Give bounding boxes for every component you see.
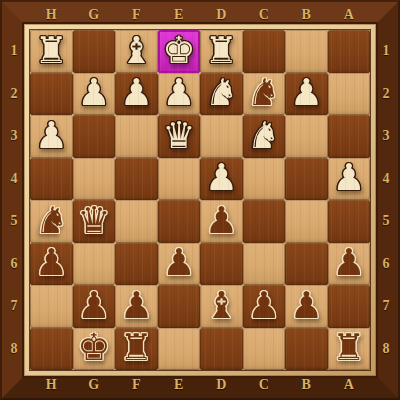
piece-black-knight[interactable]: ♞ [247,74,280,111]
square-c1[interactable] [243,30,286,73]
square-g2[interactable]: ♟ [73,73,116,116]
square-c7[interactable]: ♟ [243,285,286,328]
chess-board: ♜♝♚♜♟♟♟♞♞♟♟♛♞♟♟♞♛♟♟♟♟♟♟♝♟♟♚♜♜ [30,30,370,370]
piece-white-king[interactable]: ♚ [162,32,195,69]
square-h2[interactable] [30,73,73,116]
piece-white-knight[interactable]: ♞ [247,117,280,154]
square-a1[interactable] [328,30,371,73]
square-e8[interactable] [158,328,201,371]
piece-black-pawn[interactable]: ♟ [162,244,195,281]
piece-white-pawn[interactable]: ♟ [332,159,365,196]
square-f8[interactable]: ♜ [115,328,158,371]
square-h6[interactable]: ♟ [30,243,73,286]
square-e7[interactable] [158,285,201,328]
file-label-top-f: F [115,3,158,27]
piece-white-pawn[interactable]: ♟ [205,159,238,196]
square-h7[interactable] [30,285,73,328]
square-f5[interactable] [115,200,158,243]
rank-label-right-4: 4 [374,158,398,201]
rank-label-left-2: 2 [2,73,26,116]
square-d8[interactable] [200,328,243,371]
square-a7[interactable] [328,285,371,328]
file-label-bottom-c: C [243,373,286,397]
square-d2[interactable]: ♞ [200,73,243,116]
piece-white-pawn[interactable]: ♟ [120,74,153,111]
square-b6[interactable] [285,243,328,286]
rank-labels-right: 12345678 [374,30,398,370]
square-a5[interactable] [328,200,371,243]
file-labels-bottom: HGFEDCBA [30,373,370,397]
square-h5[interactable]: ♞ [30,200,73,243]
piece-black-rook[interactable]: ♜ [120,329,153,366]
piece-black-pawn[interactable]: ♟ [77,287,110,324]
file-label-top-c: C [243,3,286,27]
piece-black-pawn[interactable]: ♟ [247,287,280,324]
square-c5[interactable] [243,200,286,243]
rank-label-left-4: 4 [2,158,26,201]
file-label-top-b: B [285,3,328,27]
square-c3[interactable]: ♞ [243,115,286,158]
rank-label-left-5: 5 [2,200,26,243]
square-b1[interactable] [285,30,328,73]
square-a2[interactable] [328,73,371,116]
rank-label-right-7: 7 [374,285,398,328]
file-label-bottom-a: A [328,373,371,397]
piece-black-king[interactable]: ♚ [77,329,110,366]
square-c2[interactable]: ♞ [243,73,286,116]
file-label-bottom-f: F [115,373,158,397]
piece-black-knight[interactable]: ♞ [35,202,68,239]
square-g7[interactable]: ♟ [73,285,116,328]
file-label-bottom-d: D [200,373,243,397]
square-d7[interactable]: ♝ [200,285,243,328]
piece-white-pawn[interactable]: ♟ [35,117,68,154]
rank-label-left-6: 6 [2,243,26,286]
square-g6[interactable] [73,243,116,286]
file-label-bottom-h: H [30,373,73,397]
piece-black-pawn[interactable]: ♟ [332,244,365,281]
piece-white-knight[interactable]: ♞ [205,74,238,111]
square-a4[interactable]: ♟ [328,158,371,201]
square-d1[interactable]: ♜ [200,30,243,73]
square-h1[interactable]: ♜ [30,30,73,73]
file-label-top-e: E [158,3,201,27]
piece-white-rook[interactable]: ♜ [35,32,68,69]
square-h8[interactable] [30,328,73,371]
rank-labels-left: 12345678 [2,30,26,370]
rank-label-left-3: 3 [2,115,26,158]
file-label-top-a: A [328,3,371,27]
rank-label-right-5: 5 [374,200,398,243]
rank-label-left-1: 1 [2,30,26,73]
square-g1[interactable] [73,30,116,73]
piece-white-pawn[interactable]: ♟ [162,74,195,111]
piece-black-pawn[interactable]: ♟ [290,287,323,324]
piece-white-pawn[interactable]: ♟ [290,74,323,111]
square-e3[interactable]: ♛ [158,115,201,158]
piece-white-queen[interactable]: ♛ [162,117,195,154]
square-b5[interactable] [285,200,328,243]
square-f7[interactable]: ♟ [115,285,158,328]
piece-white-rook[interactable]: ♜ [205,32,238,69]
square-b7[interactable]: ♟ [285,285,328,328]
square-f2[interactable]: ♟ [115,73,158,116]
rank-label-right-2: 2 [374,73,398,116]
piece-black-pawn[interactable]: ♟ [205,202,238,239]
square-d6[interactable] [200,243,243,286]
rank-label-right-6: 6 [374,243,398,286]
square-g4[interactable] [73,158,116,201]
square-b4[interactable] [285,158,328,201]
piece-white-bishop[interactable]: ♝ [120,32,153,69]
square-e5[interactable] [158,200,201,243]
square-f6[interactable] [115,243,158,286]
file-label-bottom-g: G [73,373,116,397]
rank-label-right-8: 8 [374,328,398,371]
square-b8[interactable] [285,328,328,371]
square-c8[interactable] [243,328,286,371]
file-label-bottom-e: E [158,373,201,397]
piece-black-pawn[interactable]: ♟ [120,287,153,324]
file-label-top-d: D [200,3,243,27]
file-label-top-g: G [73,3,116,27]
square-b3[interactable] [285,115,328,158]
square-e4[interactable] [158,158,201,201]
square-c4[interactable] [243,158,286,201]
square-a6[interactable]: ♟ [328,243,371,286]
file-label-bottom-b: B [285,373,328,397]
file-label-top-h: H [30,3,73,27]
file-labels-top: HGFEDCBA [30,3,370,27]
square-f3[interactable] [115,115,158,158]
square-d3[interactable] [200,115,243,158]
square-a3[interactable] [328,115,371,158]
square-h4[interactable] [30,158,73,201]
piece-black-bishop[interactable]: ♝ [205,287,238,324]
piece-black-rook[interactable]: ♜ [332,329,365,366]
rank-label-right-3: 3 [374,115,398,158]
square-g5[interactable]: ♛ [73,200,116,243]
square-d4[interactable]: ♟ [200,158,243,201]
piece-black-pawn[interactable]: ♟ [35,244,68,281]
square-b2[interactable]: ♟ [285,73,328,116]
chess-board-frame: HGFEDCBA HGFEDCBA 12345678 12345678 ♜♝♚♜… [0,0,400,400]
square-g8[interactable]: ♚ [73,328,116,371]
piece-white-pawn[interactable]: ♟ [77,74,110,111]
square-f4[interactable] [115,158,158,201]
square-g3[interactable] [73,115,116,158]
square-e2[interactable]: ♟ [158,73,201,116]
rank-label-right-1: 1 [374,30,398,73]
square-e6[interactable]: ♟ [158,243,201,286]
square-a8[interactable]: ♜ [328,328,371,371]
rank-label-left-8: 8 [2,328,26,371]
piece-black-queen[interactable]: ♛ [77,202,110,239]
square-d5[interactable]: ♟ [200,200,243,243]
rank-label-left-7: 7 [2,285,26,328]
square-f1[interactable]: ♝ [115,30,158,73]
square-c6[interactable] [243,243,286,286]
square-e1[interactable]: ♚ [158,30,201,73]
square-h3[interactable]: ♟ [30,115,73,158]
